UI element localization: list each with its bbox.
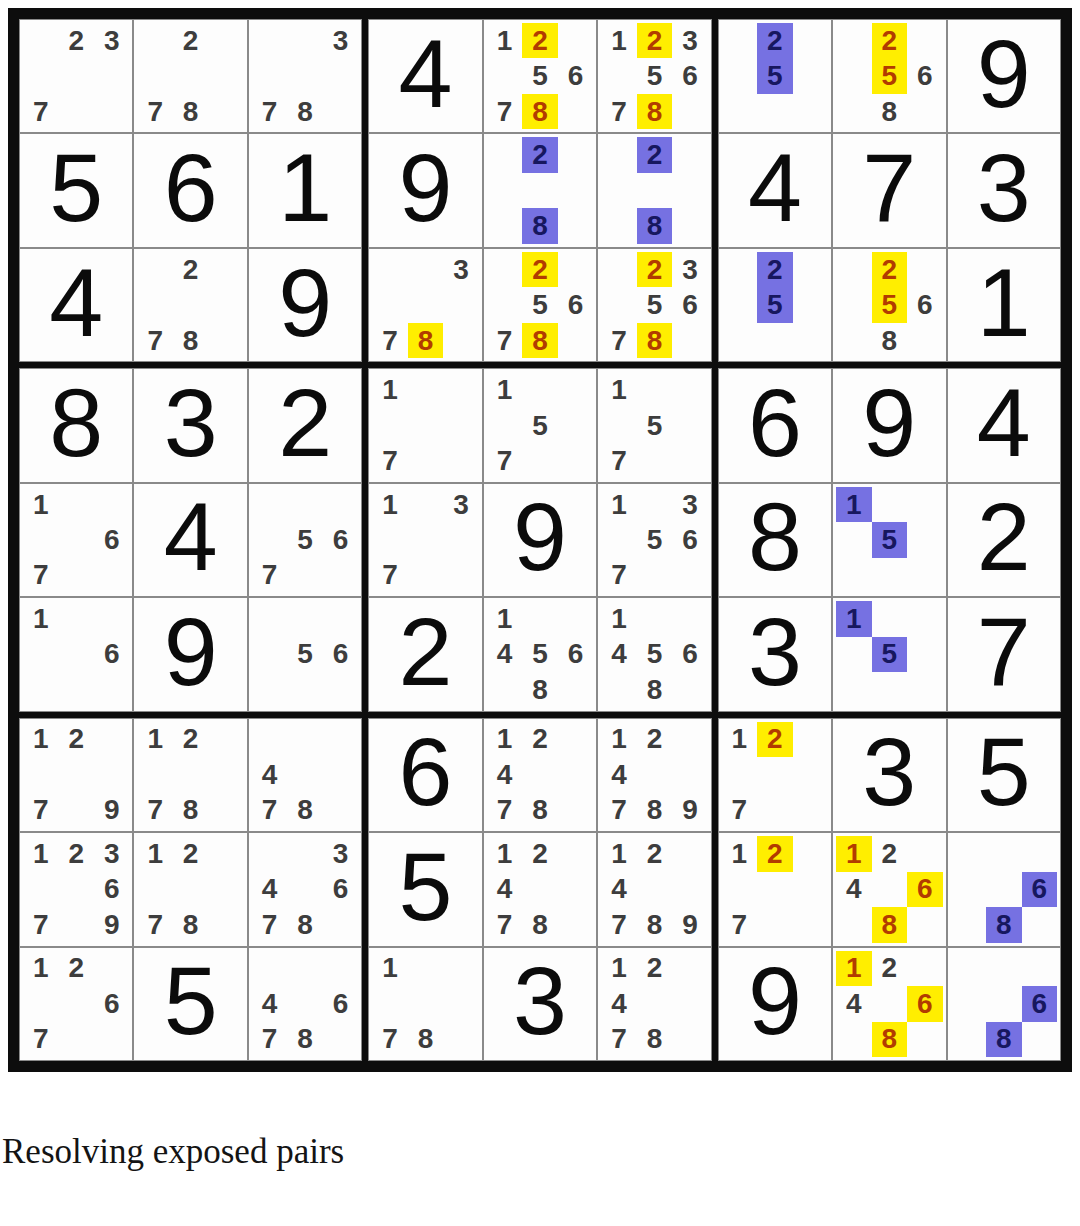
candidate-grid: 12468: [836, 951, 942, 1057]
candidate-digit: 7: [23, 907, 58, 942]
candidate-digit: 8: [872, 94, 907, 129]
candidate-grid: 124789: [601, 722, 707, 828]
candidate-digit: 1: [722, 722, 757, 757]
candidate-grid: 14568: [601, 601, 707, 707]
candidate-digit-highlighted: 8: [986, 1022, 1021, 1057]
candidate-grid: 17: [372, 372, 478, 478]
cell-r1c1[interactable]: 237: [19, 19, 133, 133]
candidate-digit: 8: [287, 1022, 322, 1057]
candidate-digit: 7: [487, 793, 522, 828]
cell-r6c5[interactable]: 14568: [483, 597, 597, 711]
candidate-grid: 1267: [23, 951, 129, 1057]
solved-digit: 2: [399, 603, 453, 700]
cell-r5c5[interactable]: 9: [483, 483, 597, 597]
cell-r3c7[interactable]: 25: [718, 248, 832, 362]
candidate-digit: 2: [58, 951, 93, 986]
candidate-digit: 8: [173, 793, 208, 828]
candidate-digit: 7: [252, 94, 287, 129]
cell-r7c3[interactable]: 478: [248, 718, 362, 832]
candidate-digit: 2: [173, 23, 208, 58]
candidate-digit: 3: [94, 23, 129, 58]
cell-r6c2[interactable]: 9: [133, 597, 247, 711]
candidate-digit: 7: [137, 94, 172, 129]
solved-digit: 3: [164, 374, 218, 471]
cell-r6c4[interactable]: 2: [368, 597, 482, 711]
candidate-digit: 7: [601, 323, 636, 358]
solved-digit: 3: [748, 603, 802, 700]
candidate-digit: 1: [137, 836, 172, 871]
candidate-digit: 8: [637, 907, 672, 942]
candidate-grid: 178: [372, 951, 478, 1057]
candidate-digit: 9: [94, 907, 129, 942]
candidate-grid: 2568: [836, 252, 942, 358]
candidate-digit: 6: [672, 287, 707, 322]
candidate-digit-highlighted: 2: [757, 23, 792, 58]
candidate-digit-highlighted: 8: [872, 907, 907, 942]
candidate-digit-highlighted: 1: [836, 601, 871, 636]
candidate-grid: 125678: [487, 23, 593, 129]
cell-r7c8[interactable]: 3: [832, 718, 946, 832]
solved-digit: 1: [977, 254, 1031, 351]
candidate-digit: 6: [94, 522, 129, 557]
cell-r8c1[interactable]: 123679: [19, 832, 133, 946]
candidate-grid: 127: [722, 836, 828, 942]
candidate-digit: 1: [601, 23, 636, 58]
candidate-grid: 68: [951, 951, 1057, 1057]
solved-digit: 5: [49, 139, 103, 236]
candidate-digit-highlighted: 2: [522, 23, 557, 58]
cell-r4c5[interactable]: 157: [483, 368, 597, 482]
candidate-digit-highlighted: 2: [757, 252, 792, 287]
candidate-digit-highlighted: 8: [986, 907, 1021, 942]
cell-r8c6[interactable]: 124789: [597, 832, 711, 946]
cell-r8c5[interactable]: 12478: [483, 832, 597, 946]
candidate-grid: 28: [601, 137, 707, 243]
cell-r7c6[interactable]: 124789: [597, 718, 711, 832]
cell-r8c2[interactable]: 1278: [133, 832, 247, 946]
box-6: 69481523157: [715, 365, 1064, 714]
cell-r9c6[interactable]: 12478: [597, 947, 711, 1061]
cell-r4c9[interactable]: 4: [947, 368, 1061, 482]
candidate-digit-highlighted: 5: [872, 58, 907, 93]
cell-r1c7[interactable]: 25: [718, 19, 832, 133]
candidate-digit: 7: [252, 907, 287, 942]
cell-r2c5[interactable]: 28: [483, 133, 597, 247]
candidate-digit: 2: [173, 252, 208, 287]
cell-r1c3[interactable]: 378: [248, 19, 362, 133]
candidate-digit: 6: [558, 58, 593, 93]
candidate-digit: 6: [907, 58, 942, 93]
box-8: 612478124789512478124789178312478: [365, 715, 714, 1064]
candidate-grid: 12478: [601, 951, 707, 1057]
candidate-digit-highlighted: 2: [757, 722, 792, 757]
candidate-digit: 2: [58, 836, 93, 871]
cell-r1c4[interactable]: 4: [368, 19, 482, 133]
candidate-digit-highlighted: 2: [522, 137, 557, 172]
candidate-grid: 68: [951, 836, 1057, 942]
cell-r2c6[interactable]: 28: [597, 133, 711, 247]
cell-r3c5[interactable]: 25678: [483, 248, 597, 362]
candidate-digit: 4: [836, 986, 871, 1021]
candidate-digit: 7: [601, 558, 636, 593]
candidate-digit: 7: [601, 793, 636, 828]
candidate-grid: 25: [722, 23, 828, 129]
candidate-digit: 8: [522, 672, 557, 707]
candidate-digit: 1: [372, 951, 407, 986]
solved-digit: 9: [748, 952, 802, 1049]
candidate-digit: 7: [23, 94, 58, 129]
candidate-digit: 1: [601, 951, 636, 986]
candidate-digit-highlighted: 2: [757, 836, 792, 871]
cell-r6c1[interactable]: 16: [19, 597, 133, 711]
candidate-digit: 7: [487, 323, 522, 358]
candidate-digit: 8: [637, 1022, 672, 1057]
candidate-digit: 1: [487, 23, 522, 58]
cell-r3c9[interactable]: 1: [947, 248, 1061, 362]
solved-digit: 7: [862, 139, 916, 236]
box-4: 832167456716956: [16, 365, 365, 714]
cell-r9c3[interactable]: 4678: [248, 947, 362, 1061]
candidate-digit: 3: [672, 252, 707, 287]
candidate-digit: 1: [23, 487, 58, 522]
candidate-digit: 7: [23, 1022, 58, 1057]
candidate-digit-highlighted: 8: [522, 208, 557, 243]
cell-r4c1[interactable]: 8: [19, 368, 133, 482]
solved-digit: 3: [513, 952, 567, 1049]
candidate-digit: 8: [173, 323, 208, 358]
candidate-digit: 7: [372, 323, 407, 358]
cell-r7c4[interactable]: 6: [368, 718, 482, 832]
cell-r2c4[interactable]: 9: [368, 133, 482, 247]
cell-r9c7[interactable]: 9: [718, 947, 832, 1061]
cell-r4c6[interactable]: 157: [597, 368, 711, 482]
candidate-digit: 1: [487, 601, 522, 636]
candidate-digit: 2: [872, 951, 907, 986]
candidate-digit: 1: [601, 372, 636, 407]
candidate-digit-highlighted: 6: [1022, 986, 1057, 1021]
candidate-digit-highlighted: 5: [872, 287, 907, 322]
solved-digit: 3: [862, 723, 916, 820]
candidate-digit: 6: [323, 522, 358, 557]
cell-r7c9[interactable]: 5: [947, 718, 1061, 832]
candidate-digit-highlighted: 5: [757, 287, 792, 322]
candidate-digit-highlighted: 2: [872, 23, 907, 58]
candidate-digit: 5: [287, 637, 322, 672]
box-3: 25256894732525681: [715, 16, 1064, 365]
candidate-digit: 8: [287, 94, 322, 129]
cell-r5c4[interactable]: 137: [368, 483, 482, 597]
candidate-digit: 6: [672, 522, 707, 557]
candidate-digit-highlighted: 8: [522, 94, 557, 129]
status-text: Resolving exposed pairs: [2, 1132, 1078, 1172]
candidate-digit: 5: [522, 287, 557, 322]
candidate-digit-highlighted: 8: [872, 1022, 907, 1057]
cell-r6c9[interactable]: 7: [947, 597, 1061, 711]
candidate-digit: 2: [637, 836, 672, 871]
cell-r5c8[interactable]: 15: [832, 483, 946, 597]
solved-digit: 9: [862, 374, 916, 471]
candidate-grid: 56: [252, 601, 358, 707]
candidate-digit-highlighted: 2: [872, 252, 907, 287]
candidate-digit: 5: [287, 522, 322, 557]
solved-digit: 4: [49, 254, 103, 351]
candidate-digit: 3: [323, 836, 358, 871]
cell-r9c9[interactable]: 68: [947, 947, 1061, 1061]
cell-r9c8[interactable]: 12468: [832, 947, 946, 1061]
solved-digit: 4: [164, 488, 218, 585]
candidate-digit: 4: [601, 757, 636, 792]
candidate-digit: 5: [637, 58, 672, 93]
sudoku-board: 2372783785614278941256781235678928283782…: [8, 8, 1072, 1072]
candidate-digit: 8: [637, 793, 672, 828]
candidate-digit: 2: [637, 722, 672, 757]
candidate-digit: 4: [252, 757, 287, 792]
candidate-digit: 5: [637, 522, 672, 557]
candidate-digit: 5: [637, 287, 672, 322]
candidate-digit-highlighted: 1: [836, 951, 871, 986]
candidate-grid: 157: [601, 372, 707, 478]
candidate-digit: 1: [487, 722, 522, 757]
cell-r9c1[interactable]: 1267: [19, 947, 133, 1061]
candidate-grid: 34678: [252, 836, 358, 942]
candidate-digit: 7: [137, 907, 172, 942]
candidate-digit: 3: [323, 23, 358, 58]
solved-digit: 5: [399, 838, 453, 935]
candidate-grid: 12468: [836, 836, 942, 942]
cell-r6c6[interactable]: 14568: [597, 597, 711, 711]
cell-r2c2[interactable]: 6: [133, 133, 247, 247]
solved-digit: 9: [278, 254, 332, 351]
candidate-digit-highlighted: 5: [872, 522, 907, 557]
solved-digit: 8: [49, 374, 103, 471]
cell-r5c2[interactable]: 4: [133, 483, 247, 597]
cell-r5c7[interactable]: 8: [718, 483, 832, 597]
candidate-digit: 8: [287, 907, 322, 942]
cell-r3c1[interactable]: 4: [19, 248, 133, 362]
cell-r4c8[interactable]: 9: [832, 368, 946, 482]
cell-r4c2[interactable]: 3: [133, 368, 247, 482]
candidate-digit-highlighted: 2: [637, 23, 672, 58]
candidate-digit: 9: [94, 793, 129, 828]
cell-r2c7[interactable]: 4: [718, 133, 832, 247]
solved-digit: 9: [513, 488, 567, 585]
cell-r6c3[interactable]: 56: [248, 597, 362, 711]
cell-r9c5[interactable]: 3: [483, 947, 597, 1061]
candidate-digit: 3: [443, 487, 478, 522]
candidate-digit: 7: [137, 323, 172, 358]
candidate-digit-highlighted: 5: [757, 58, 792, 93]
candidate-digit: 3: [94, 836, 129, 871]
cell-r8c3[interactable]: 34678: [248, 832, 362, 946]
candidate-digit: 7: [252, 558, 287, 593]
solved-digit: 8: [748, 488, 802, 585]
candidate-digit-highlighted: 8: [637, 94, 672, 129]
cell-r9c4[interactable]: 178: [368, 947, 482, 1061]
candidate-digit: 6: [558, 287, 593, 322]
cell-r6c8[interactable]: 15: [832, 597, 946, 711]
solved-digit: 6: [399, 723, 453, 820]
candidate-grid: 14568: [487, 601, 593, 707]
cell-r4c3[interactable]: 2: [248, 368, 362, 482]
candidate-digit: 2: [522, 722, 557, 757]
candidate-digit-highlighted: 2: [637, 137, 672, 172]
candidate-digit: 7: [601, 1022, 636, 1057]
cell-r8c8[interactable]: 12468: [832, 832, 946, 946]
cell-r5c6[interactable]: 13567: [597, 483, 711, 597]
cell-r1c2[interactable]: 278: [133, 19, 247, 133]
candidate-digit: 1: [372, 372, 407, 407]
candidate-digit: 7: [487, 907, 522, 942]
solved-digit: 3: [977, 139, 1031, 236]
candidate-grid: 12478: [487, 836, 593, 942]
box-1: 23727837856142789: [16, 16, 365, 365]
candidate-digit: 7: [601, 907, 636, 942]
candidate-digit: 2: [173, 836, 208, 871]
solved-digit: 5: [977, 723, 1031, 820]
solved-digit: 4: [977, 374, 1031, 471]
candidate-grid: 567: [252, 487, 358, 593]
solved-digit: 5: [164, 952, 218, 1049]
candidate-grid: 278: [137, 252, 243, 358]
candidate-grid: 13567: [601, 487, 707, 593]
candidate-digit: 4: [252, 872, 287, 907]
cell-r4c4[interactable]: 17: [368, 368, 482, 482]
candidate-grid: 1278: [137, 836, 243, 942]
cell-r3c3[interactable]: 9: [248, 248, 362, 362]
solved-digit: 9: [164, 603, 218, 700]
candidate-digit: 7: [372, 558, 407, 593]
candidate-digit: 6: [323, 637, 358, 672]
candidate-grid: 15: [836, 601, 942, 707]
cell-r6c7[interactable]: 3: [718, 597, 832, 711]
candidate-grid: 127: [722, 722, 828, 828]
candidate-digit: 6: [672, 637, 707, 672]
cell-r5c3[interactable]: 567: [248, 483, 362, 597]
candidate-digit: 7: [252, 1022, 287, 1057]
candidate-digit-highlighted: 2: [522, 252, 557, 287]
candidate-digit: 4: [601, 986, 636, 1021]
candidate-digit: 4: [601, 872, 636, 907]
solved-digit: 9: [399, 139, 453, 236]
solved-digit: 7: [977, 603, 1031, 700]
candidate-digit: 6: [94, 986, 129, 1021]
candidate-digit: 5: [522, 408, 557, 443]
cell-r5c1[interactable]: 167: [19, 483, 133, 597]
candidate-digit: 2: [872, 836, 907, 871]
candidate-digit: 3: [672, 487, 707, 522]
candidate-digit: 3: [672, 23, 707, 58]
candidate-digit: 4: [487, 637, 522, 672]
candidate-digit: 2: [58, 722, 93, 757]
solved-digit: 9: [977, 25, 1031, 122]
candidate-grid: 157: [487, 372, 593, 478]
cell-r1c9[interactable]: 9: [947, 19, 1061, 133]
candidate-digit-highlighted: 2: [637, 252, 672, 287]
candidate-digit-highlighted: 8: [522, 323, 557, 358]
candidate-digit: 4: [487, 872, 522, 907]
cell-r2c3[interactable]: 1: [248, 133, 362, 247]
cell-r2c1[interactable]: 5: [19, 133, 133, 247]
candidate-digit: 8: [173, 94, 208, 129]
box-2: 412567812356789282837825678235678: [365, 16, 714, 365]
candidate-grid: 378: [252, 23, 358, 129]
solved-digit: 2: [278, 374, 332, 471]
cell-r7c1[interactable]: 1279: [19, 718, 133, 832]
cell-r3c4[interactable]: 378: [368, 248, 482, 362]
box-9: 12735127124686891246868: [715, 715, 1064, 1064]
candidate-grid: 25678: [487, 252, 593, 358]
candidate-digit: 6: [558, 637, 593, 672]
cell-r2c8[interactable]: 7: [832, 133, 946, 247]
candidate-digit-highlighted: 6: [1022, 872, 1057, 907]
candidate-digit: 4: [487, 757, 522, 792]
cell-r8c4[interactable]: 5: [368, 832, 482, 946]
cell-r2c9[interactable]: 3: [947, 133, 1061, 247]
candidate-grid: 378: [372, 252, 478, 358]
candidate-digit-highlighted: 1: [836, 487, 871, 522]
candidate-grid: 1279: [23, 722, 129, 828]
cell-r3c8[interactable]: 2568: [832, 248, 946, 362]
candidate-digit: 1: [601, 601, 636, 636]
cell-r1c5[interactable]: 125678: [483, 19, 597, 133]
candidate-digit: 5: [522, 58, 557, 93]
candidate-digit: 7: [487, 94, 522, 129]
cell-r7c7[interactable]: 127: [718, 718, 832, 832]
candidate-digit: 5: [637, 408, 672, 443]
solved-digit: 6: [164, 139, 218, 236]
candidate-digit: 7: [137, 793, 172, 828]
candidate-digit: 1: [23, 722, 58, 757]
cell-r7c5[interactable]: 12478: [483, 718, 597, 832]
candidate-grid: 235678: [601, 252, 707, 358]
candidate-digit-highlighted: 8: [637, 208, 672, 243]
candidate-digit: 4: [836, 872, 871, 907]
cell-r8c7[interactable]: 127: [718, 832, 832, 946]
candidate-digit: 2: [58, 23, 93, 58]
candidate-digit: 6: [672, 58, 707, 93]
candidate-digit: 7: [372, 443, 407, 478]
cell-r7c2[interactable]: 1278: [133, 718, 247, 832]
cell-r4c7[interactable]: 6: [718, 368, 832, 482]
candidate-digit: 6: [907, 287, 942, 322]
cell-r5c9[interactable]: 2: [947, 483, 1061, 597]
candidate-digit: 2: [173, 722, 208, 757]
candidate-digit: 4: [252, 986, 287, 1021]
candidate-digit: 9: [672, 793, 707, 828]
cell-r1c6[interactable]: 1235678: [597, 19, 711, 133]
candidate-digit-highlighted: 8: [408, 323, 443, 358]
candidate-grid: 25: [722, 252, 828, 358]
cell-r9c2[interactable]: 5: [133, 947, 247, 1061]
candidate-digit: 8: [522, 793, 557, 828]
candidate-grid: 2568: [836, 23, 942, 129]
candidate-digit: 8: [637, 672, 672, 707]
candidate-digit: 6: [94, 872, 129, 907]
candidate-digit: 4: [601, 637, 636, 672]
candidate-digit: 7: [252, 793, 287, 828]
solved-digit: 4: [399, 25, 453, 122]
candidate-digit: 1: [23, 836, 58, 871]
cell-r3c2[interactable]: 278: [133, 248, 247, 362]
candidate-digit: 7: [487, 443, 522, 478]
candidate-digit: 7: [722, 793, 757, 828]
candidate-digit: 7: [23, 793, 58, 828]
cell-r3c6[interactable]: 235678: [597, 248, 711, 362]
cell-r8c9[interactable]: 68: [947, 832, 1061, 946]
cell-r1c8[interactable]: 2568: [832, 19, 946, 133]
candidate-digit: 8: [408, 1022, 443, 1057]
box-7: 12791278478123679127834678126754678: [16, 715, 365, 1064]
